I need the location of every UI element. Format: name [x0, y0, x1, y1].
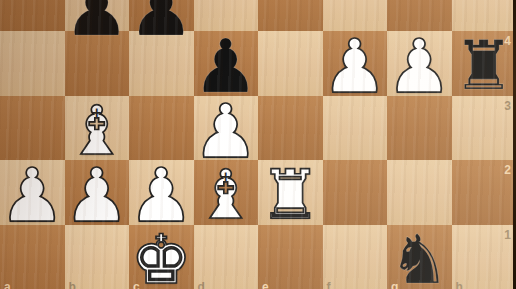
piece-black-pawn-c5[interactable]: ♟ [129, 0, 194, 41]
piece-black-pawn-d4[interactable]: ♟ [194, 34, 259, 99]
square-e5[interactable] [258, 0, 323, 31]
square-b5[interactable]: ♟ [65, 0, 130, 31]
piece-white-pawn-a2[interactable]: ♟ [0, 163, 65, 228]
piece-black-pawn-b5[interactable]: ♟ [65, 0, 130, 41]
piece-white-pawn-c2[interactable]: ♟ [129, 163, 194, 228]
file-label-a: a [4, 281, 11, 289]
square-h2[interactable]: 2 [452, 160, 516, 225]
square-a2[interactable]: ♟ [0, 160, 65, 225]
square-e3[interactable] [258, 96, 323, 161]
square-c3[interactable] [129, 96, 194, 161]
piece-white-pawn-g4[interactable]: ♟ [387, 34, 452, 99]
square-a4[interactable] [0, 31, 65, 96]
square-c2[interactable]: ♟ [129, 160, 194, 225]
square-b3[interactable]: ♝ [65, 96, 130, 161]
chess-board: abc♚defg♞1h♟♟♟♝♜2♝♟3♟♟♟4♜♟♟ [0, 0, 516, 289]
rank-label-1: 1 [504, 229, 511, 241]
piece-black-rook-h4[interactable]: ♜ [452, 34, 516, 99]
square-h3[interactable]: 3 [452, 96, 516, 161]
file-label-e: e [262, 281, 269, 289]
piece-white-pawn-f4[interactable]: ♟ [323, 34, 388, 99]
square-e1[interactable]: e [258, 225, 323, 289]
square-a3[interactable] [0, 96, 65, 161]
square-d4[interactable]: ♟ [194, 31, 259, 96]
file-label-d: d [198, 281, 205, 289]
square-g2[interactable] [387, 160, 452, 225]
square-c5[interactable]: ♟ [129, 0, 194, 31]
square-h1[interactable]: 1h [452, 225, 516, 289]
square-d1[interactable]: d [194, 225, 259, 289]
square-f2[interactable] [323, 160, 388, 225]
piece-white-bishop-b3[interactable]: ♝ [65, 99, 130, 164]
square-g4[interactable]: ♟ [387, 31, 452, 96]
piece-black-knight-g1[interactable]: ♞ [387, 228, 452, 289]
square-g1[interactable]: g♞ [387, 225, 452, 289]
piece-white-pawn-b2[interactable]: ♟ [65, 163, 130, 228]
square-e4[interactable] [258, 31, 323, 96]
square-e2[interactable]: ♜ [258, 160, 323, 225]
square-a5[interactable] [0, 0, 65, 31]
square-f1[interactable]: f [323, 225, 388, 289]
square-b2[interactable]: ♟ [65, 160, 130, 225]
piece-white-rook-e2[interactable]: ♜ [258, 163, 323, 228]
file-label-h: h [456, 281, 463, 289]
file-label-b: b [69, 281, 76, 289]
file-label-f: f [327, 281, 331, 289]
rank-label-2: 2 [504, 164, 511, 176]
square-h4[interactable]: 4♜ [452, 31, 516, 96]
square-f4[interactable]: ♟ [323, 31, 388, 96]
